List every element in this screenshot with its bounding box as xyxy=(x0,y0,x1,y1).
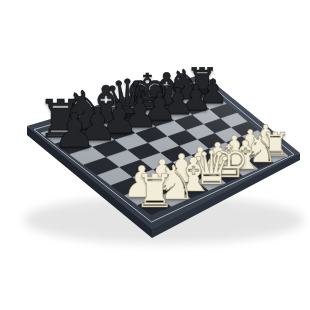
product-photo-stage: ♜♞♟♝♟♚♟♛♟♝♟♞♟♜♟♟♟♟♜♟♞♟♝♟♚♟♛♟♝♟♞♜ xyxy=(0,0,310,310)
piece-black-pawn-a7[interactable]: ♟ xyxy=(53,107,96,155)
piece-white-rook-a1[interactable]: ♜ xyxy=(134,169,175,215)
